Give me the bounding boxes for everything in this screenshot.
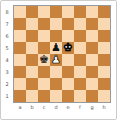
chess-diagram: 87654321 ♟♚♚♟ abcdefgh [0,0,117,120]
square-e1 [62,90,74,102]
square-e8 [62,6,74,18]
chess-board: ♟♚♚♟ [13,5,111,103]
square-d6 [50,30,62,42]
square-g5 [86,42,98,54]
square-h5 [98,42,110,54]
square-h8 [98,6,110,18]
square-g6 [86,30,98,42]
square-d2 [50,78,62,90]
square-c3 [38,66,50,78]
square-b7 [26,18,38,30]
square-g3 [86,66,98,78]
square-d1 [50,90,62,102]
square-e2 [62,78,74,90]
square-c1 [38,90,50,102]
rank-label-2: 2 [2,78,12,90]
rank-label-7: 7 [2,18,12,30]
square-b2 [26,78,38,90]
square-d7 [50,18,62,30]
square-d5: ♟ [50,42,62,54]
file-label-h: h [98,103,110,112]
black-pawn: ♟ [51,42,61,54]
rank-labels: 87654321 [2,6,12,102]
rank-label-8: 8 [2,6,12,18]
white-king: ♚ [63,42,73,54]
square-b8 [26,6,38,18]
square-f3 [74,66,86,78]
square-f2 [74,78,86,90]
rank-label-1: 1 [2,90,12,102]
file-label-c: c [38,103,50,112]
square-a8 [14,6,26,18]
square-a2 [14,78,26,90]
file-label-d: d [50,103,62,112]
rank-label-4: 4 [2,54,12,66]
square-h2 [98,78,110,90]
square-a7 [14,18,26,30]
file-label-a: a [14,103,26,112]
file-label-b: b [26,103,38,112]
square-e5: ♚ [62,42,74,54]
square-f6 [74,30,86,42]
square-e4 [62,54,74,66]
square-c4: ♚ [38,54,50,66]
square-b6 [26,30,38,42]
square-g7 [86,18,98,30]
square-h6 [98,30,110,42]
square-f5 [74,42,86,54]
square-d3 [50,66,62,78]
square-b4 [26,54,38,66]
square-g2 [86,78,98,90]
square-e3 [62,66,74,78]
square-b5 [26,42,38,54]
square-a4 [14,54,26,66]
square-f1 [74,90,86,102]
square-e7 [62,18,74,30]
white-pawn: ♟ [51,54,61,66]
rank-label-6: 6 [2,30,12,42]
square-f7 [74,18,86,30]
square-g4 [86,54,98,66]
square-a3 [14,66,26,78]
file-label-g: g [86,103,98,112]
square-d8 [50,6,62,18]
file-label-e: e [62,103,74,112]
square-c7 [38,18,50,30]
square-c6 [38,30,50,42]
file-labels: abcdefgh [14,103,110,112]
square-g8 [86,6,98,18]
square-a5 [14,42,26,54]
square-h1 [98,90,110,102]
square-f4 [74,54,86,66]
square-g1 [86,90,98,102]
square-h3 [98,66,110,78]
file-label-f: f [74,103,86,112]
square-h7 [98,18,110,30]
square-e6 [62,30,74,42]
square-a6 [14,30,26,42]
square-f8 [74,6,86,18]
square-c8 [38,6,50,18]
square-b3 [26,66,38,78]
square-c2 [38,78,50,90]
square-b1 [26,90,38,102]
square-c5 [38,42,50,54]
square-h4 [98,54,110,66]
black-king: ♚ [39,54,49,66]
rank-label-5: 5 [2,42,12,54]
square-d4: ♟ [50,54,62,66]
rank-label-3: 3 [2,66,12,78]
square-a1 [14,90,26,102]
